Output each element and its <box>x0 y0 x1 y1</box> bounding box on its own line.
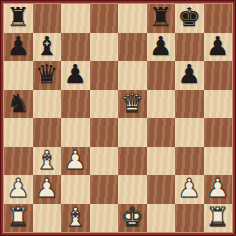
square-f7[interactable]: ♟ <box>147 33 176 62</box>
square-g5[interactable] <box>175 90 204 119</box>
square-e7[interactable] <box>118 33 147 62</box>
square-g3[interactable] <box>175 147 204 176</box>
square-c7[interactable] <box>61 33 90 62</box>
white-rook-piece[interactable]: ♜ <box>206 204 229 230</box>
square-e4[interactable] <box>118 118 147 147</box>
square-a4[interactable] <box>4 118 33 147</box>
square-b7[interactable]: ♝ <box>33 33 62 62</box>
square-d2[interactable] <box>90 175 119 204</box>
white-pawn-piece[interactable]: ♟ <box>178 175 201 201</box>
black-bishop-piece[interactable]: ♝ <box>35 33 58 59</box>
chess-board: ♜♜♚♟♝♟♟♛♟♟♞♛♝♟♟♟♟♟♜♝♚♜ <box>4 4 232 232</box>
board-frame: ♜♜♚♟♝♟♟♛♟♟♞♛♝♟♟♟♟♟♜♝♚♜ <box>0 0 236 236</box>
square-f4[interactable] <box>147 118 176 147</box>
square-e6[interactable] <box>118 61 147 90</box>
square-f5[interactable] <box>147 90 176 119</box>
square-b5[interactable] <box>33 90 62 119</box>
square-d4[interactable] <box>90 118 119 147</box>
square-h6[interactable] <box>204 61 233 90</box>
square-b1[interactable] <box>33 204 62 233</box>
square-h2[interactable]: ♟ <box>204 175 233 204</box>
black-pawn-piece[interactable]: ♟ <box>7 33 30 59</box>
square-b6[interactable]: ♛ <box>33 61 62 90</box>
square-f1[interactable] <box>147 204 176 233</box>
square-d1[interactable] <box>90 204 119 233</box>
square-c1[interactable]: ♝ <box>61 204 90 233</box>
square-a5[interactable]: ♞ <box>4 90 33 119</box>
black-rook-piece[interactable]: ♜ <box>7 4 30 30</box>
square-a8[interactable]: ♜ <box>4 4 33 33</box>
white-king-piece[interactable]: ♚ <box>121 204 144 230</box>
square-a6[interactable] <box>4 61 33 90</box>
white-pawn-piece[interactable]: ♟ <box>206 175 229 201</box>
square-d6[interactable] <box>90 61 119 90</box>
white-pawn-piece[interactable]: ♟ <box>64 147 87 173</box>
square-c5[interactable] <box>61 90 90 119</box>
square-h8[interactable] <box>204 4 233 33</box>
black-pawn-piece[interactable]: ♟ <box>178 61 201 87</box>
square-c8[interactable] <box>61 4 90 33</box>
square-g7[interactable] <box>175 33 204 62</box>
black-knight-piece[interactable]: ♞ <box>7 90 30 116</box>
square-b2[interactable]: ♟ <box>33 175 62 204</box>
square-f6[interactable] <box>147 61 176 90</box>
black-pawn-piece[interactable]: ♟ <box>149 33 172 59</box>
square-c6[interactable]: ♟ <box>61 61 90 90</box>
square-e3[interactable] <box>118 147 147 176</box>
square-c4[interactable] <box>61 118 90 147</box>
white-bishop-piece[interactable]: ♝ <box>35 147 58 173</box>
square-b3[interactable]: ♝ <box>33 147 62 176</box>
square-h5[interactable] <box>204 90 233 119</box>
square-a1[interactable]: ♜ <box>4 204 33 233</box>
white-pawn-piece[interactable]: ♟ <box>35 175 58 201</box>
black-rook-piece[interactable]: ♜ <box>149 4 172 30</box>
square-h1[interactable]: ♜ <box>204 204 233 233</box>
square-e5[interactable]: ♛ <box>118 90 147 119</box>
square-g2[interactable]: ♟ <box>175 175 204 204</box>
square-h3[interactable] <box>204 147 233 176</box>
square-h4[interactable] <box>204 118 233 147</box>
square-f3[interactable] <box>147 147 176 176</box>
square-g8[interactable]: ♚ <box>175 4 204 33</box>
square-d8[interactable] <box>90 4 119 33</box>
square-c2[interactable] <box>61 175 90 204</box>
square-a2[interactable]: ♟ <box>4 175 33 204</box>
square-d7[interactable] <box>90 33 119 62</box>
black-pawn-piece[interactable]: ♟ <box>64 61 87 87</box>
square-f8[interactable]: ♜ <box>147 4 176 33</box>
white-queen-piece[interactable]: ♛ <box>121 90 144 116</box>
square-d5[interactable] <box>90 90 119 119</box>
square-e1[interactable]: ♚ <box>118 204 147 233</box>
square-b4[interactable] <box>33 118 62 147</box>
white-rook-piece[interactable]: ♜ <box>7 204 30 230</box>
square-b8[interactable] <box>33 4 62 33</box>
square-a7[interactable]: ♟ <box>4 33 33 62</box>
white-pawn-piece[interactable]: ♟ <box>7 175 30 201</box>
square-e2[interactable] <box>118 175 147 204</box>
square-h7[interactable]: ♟ <box>204 33 233 62</box>
black-king-piece[interactable]: ♚ <box>178 4 201 30</box>
square-e8[interactable] <box>118 4 147 33</box>
white-bishop-piece[interactable]: ♝ <box>64 204 87 230</box>
square-g6[interactable]: ♟ <box>175 61 204 90</box>
black-pawn-piece[interactable]: ♟ <box>206 33 229 59</box>
square-d3[interactable] <box>90 147 119 176</box>
square-g1[interactable] <box>175 204 204 233</box>
black-queen-piece[interactable]: ♛ <box>35 61 58 87</box>
square-c3[interactable]: ♟ <box>61 147 90 176</box>
square-a3[interactable] <box>4 147 33 176</box>
square-f2[interactable] <box>147 175 176 204</box>
square-g4[interactable] <box>175 118 204 147</box>
